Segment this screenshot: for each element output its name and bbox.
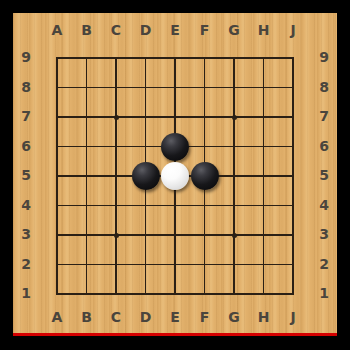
row-label-right-2: 2	[312, 250, 336, 280]
grid-line-h	[56, 116, 72, 118]
grid-line-v	[145, 73, 147, 103]
grid-line-v	[56, 161, 58, 191]
col-label-top-G: G	[219, 21, 249, 39]
intersection-D4[interactable]	[131, 191, 161, 221]
intersection-D9[interactable]	[131, 43, 161, 73]
col-label-bottom-A: A	[42, 308, 72, 326]
grid-line-v	[56, 102, 58, 132]
intersection-H3[interactable]	[249, 220, 279, 250]
col-label-bottom-B: B	[72, 308, 102, 326]
intersection-H4[interactable]	[249, 191, 279, 221]
intersection-H6[interactable]	[249, 132, 279, 162]
row-label-left-2: 2	[14, 250, 38, 280]
row-label-left-8: 8	[14, 73, 38, 103]
intersection-G5[interactable]	[219, 161, 249, 191]
grid-line-v	[292, 220, 294, 250]
intersection-C5[interactable]	[101, 161, 131, 191]
intersection-J8[interactable]	[278, 73, 308, 103]
intersection-E4[interactable]	[160, 191, 190, 221]
col-label-bottom-G: G	[219, 308, 249, 326]
black-stone-E6: ●	[161, 133, 189, 161]
row-label-right-7: 7	[312, 102, 336, 132]
intersection-J7[interactable]	[278, 102, 308, 132]
grid-line-v	[263, 191, 265, 221]
grid-line-v	[86, 279, 88, 295]
intersection-F4[interactable]	[190, 191, 220, 221]
col-label-top-C: C	[101, 21, 131, 39]
intersection-B3[interactable]	[72, 220, 102, 250]
intersection-H2[interactable]	[249, 250, 279, 280]
grid-line-v	[145, 57, 147, 73]
grid-line-v	[233, 161, 235, 191]
grid-line-v	[292, 73, 294, 103]
intersection-J1[interactable]	[278, 279, 308, 309]
star-point-C3	[114, 233, 119, 238]
intersection-E2[interactable]	[160, 250, 190, 280]
stone-glyph: ●	[132, 162, 160, 190]
intersection-A5[interactable]	[42, 161, 72, 191]
intersection-D2[interactable]	[131, 250, 161, 280]
grid-line-v	[292, 250, 294, 280]
intersection-J3[interactable]	[278, 220, 308, 250]
intersection-A4[interactable]	[42, 191, 72, 221]
row-label-left-3: 3	[14, 220, 38, 250]
intersection-J4[interactable]	[278, 191, 308, 221]
star-point-G7	[232, 115, 237, 120]
grid-line-v	[174, 220, 176, 250]
grid-line-v	[233, 57, 235, 73]
intersection-F3[interactable]	[190, 220, 220, 250]
grid-line-v	[145, 102, 147, 132]
grid-line-v	[233, 191, 235, 221]
grid-line-h	[56, 264, 72, 266]
grid-line-v	[263, 102, 265, 132]
intersection-G2[interactable]	[219, 250, 249, 280]
intersection-D8[interactable]	[131, 73, 161, 103]
intersection-A3[interactable]	[42, 220, 72, 250]
grid-line-h	[56, 57, 72, 59]
intersection-B4[interactable]	[72, 191, 102, 221]
intersection-J9[interactable]	[278, 43, 308, 73]
intersection-B8[interactable]	[72, 73, 102, 103]
grid-line-h	[56, 175, 72, 177]
col-label-top-E: E	[160, 21, 190, 39]
grid-line-v	[56, 57, 58, 73]
star-point-C7	[114, 115, 119, 120]
grid-line-v	[292, 102, 294, 132]
grid-line-v	[86, 220, 88, 250]
grid-line-v	[86, 57, 88, 73]
grid-line-v	[86, 73, 88, 103]
grid-line-h	[56, 234, 72, 236]
grid-line-v	[56, 73, 58, 103]
grid-line-v	[292, 57, 294, 73]
grid-line-v	[145, 132, 147, 162]
intersection-J2[interactable]	[278, 250, 308, 280]
intersection-E1[interactable]	[160, 279, 190, 309]
intersection-D1[interactable]	[131, 279, 161, 309]
intersection-C3[interactable]	[101, 220, 131, 250]
grid-line-v	[204, 191, 206, 221]
intersection-J5[interactable]	[278, 161, 308, 191]
intersection-E8[interactable]	[160, 73, 190, 103]
intersection-F7[interactable]	[190, 102, 220, 132]
grid-line-v	[263, 73, 265, 103]
grid-line-v	[174, 73, 176, 103]
col-label-top-J: J	[278, 21, 308, 39]
grid-line-v	[115, 279, 117, 295]
intersection-D6[interactable]	[131, 132, 161, 162]
intersection-C2[interactable]	[101, 250, 131, 280]
grid-line-v	[233, 250, 235, 280]
intersection-A1[interactable]	[42, 279, 72, 309]
intersection-G1[interactable]	[219, 279, 249, 309]
grid-line-v	[263, 250, 265, 280]
black-stone-D5: ●	[132, 162, 160, 190]
row-label-right-1: 1	[312, 279, 336, 309]
intersection-H5[interactable]	[249, 161, 279, 191]
grid-line-v	[145, 220, 147, 250]
grid-line-v	[86, 132, 88, 162]
grid-line-v	[56, 191, 58, 221]
grid-line-v	[204, 57, 206, 73]
col-label-bottom-E: E	[160, 308, 190, 326]
grid-line-v	[204, 102, 206, 132]
grid-line-v	[204, 73, 206, 103]
intersection-G7[interactable]	[219, 102, 249, 132]
intersection-E3[interactable]	[160, 220, 190, 250]
intersection-C7[interactable]	[101, 102, 131, 132]
intersection-F9[interactable]	[190, 43, 220, 73]
intersection-C4[interactable]	[101, 191, 131, 221]
grid-line-v	[86, 161, 88, 191]
row-label-left-5: 5	[14, 161, 38, 191]
grid-line-v	[204, 132, 206, 162]
intersection-C1[interactable]	[101, 279, 131, 309]
intersection-G4[interactable]	[219, 191, 249, 221]
col-label-top-F: F	[190, 21, 220, 39]
grid-line-v	[145, 279, 147, 295]
intersection-G6[interactable]	[219, 132, 249, 162]
intersection-J6[interactable]	[278, 132, 308, 162]
intersection-H1[interactable]	[249, 279, 279, 309]
row-label-right-8: 8	[312, 73, 336, 103]
intersection-F6[interactable]	[190, 132, 220, 162]
black-stone-F5: ●	[191, 162, 219, 190]
grid-line-v	[174, 57, 176, 73]
intersection-A2[interactable]	[42, 250, 72, 280]
grid-line-v	[86, 102, 88, 132]
intersection-A9[interactable]	[42, 43, 72, 73]
grid-line-v	[292, 279, 294, 295]
grid-line-v	[56, 132, 58, 162]
intersection-A6[interactable]	[42, 132, 72, 162]
intersection-H8[interactable]	[249, 73, 279, 103]
row-label-right-6: 6	[312, 132, 336, 162]
grid-line-v	[115, 57, 117, 73]
intersection-F5[interactable]: ●	[190, 161, 220, 191]
grid-line-v	[263, 161, 265, 191]
grid-line-v	[174, 250, 176, 280]
grid-line-v	[174, 102, 176, 132]
white-stone-E5: ○	[161, 162, 189, 190]
intersection-H7[interactable]	[249, 102, 279, 132]
row-label-left-4: 4	[14, 191, 38, 221]
intersection-B1[interactable]	[72, 279, 102, 309]
intersection-A8[interactable]	[42, 73, 72, 103]
grid-line-v	[233, 279, 235, 295]
intersection-E5[interactable]: ○	[160, 161, 190, 191]
intersection-D3[interactable]	[131, 220, 161, 250]
col-label-bottom-C: C	[101, 308, 131, 326]
board-front-edge	[13, 333, 337, 336]
grid-line-v	[233, 132, 235, 162]
grid-line-v	[204, 279, 206, 295]
grid-line-v	[115, 132, 117, 162]
intersection-B9[interactable]	[72, 43, 102, 73]
grid-line-v	[204, 250, 206, 280]
stone-glyph: ●	[191, 162, 219, 190]
grid-line-v	[263, 57, 265, 73]
row-label-right-4: 4	[312, 191, 336, 221]
col-label-bottom-H: H	[249, 308, 279, 326]
grid-line-v	[115, 73, 117, 103]
grid-line-v	[115, 191, 117, 221]
star-point-G3	[232, 233, 237, 238]
grid-line-v	[56, 250, 58, 280]
intersection-G8[interactable]	[219, 73, 249, 103]
row-label-left-9: 9	[14, 43, 38, 73]
intersection-A7[interactable]	[42, 102, 72, 132]
intersection-H9[interactable]	[249, 43, 279, 73]
grid-line-v	[174, 191, 176, 221]
col-label-top-D: D	[131, 21, 161, 39]
grid-line-v	[292, 161, 294, 191]
grid-line-v	[263, 220, 265, 250]
grid-line-v	[145, 250, 147, 280]
intersection-F8[interactable]	[190, 73, 220, 103]
grid-line-h	[56, 293, 72, 295]
grid-line-v	[263, 132, 265, 162]
grid-line-h	[56, 146, 72, 148]
stone-glyph: ○	[161, 162, 189, 190]
col-label-top-H: H	[249, 21, 279, 39]
stone-glyph: ●	[161, 133, 189, 161]
grid-line-v	[115, 250, 117, 280]
grid-line-h	[56, 87, 72, 89]
intersection-B7[interactable]	[72, 102, 102, 132]
grid-line-v	[145, 191, 147, 221]
grid-line-v	[233, 73, 235, 103]
intersection-F1[interactable]	[190, 279, 220, 309]
intersection-D7[interactable]	[131, 102, 161, 132]
intersection-C9[interactable]	[101, 43, 131, 73]
row-label-left-7: 7	[14, 102, 38, 132]
grid-line-v	[204, 220, 206, 250]
go-app-window: ABCDEFGHJ ABCDEFGHJ 987654321 987654321 …	[0, 0, 350, 350]
intersection-E7[interactable]	[160, 102, 190, 132]
grid-line-v	[86, 191, 88, 221]
grid-line-v	[56, 220, 58, 250]
row-label-left-1: 1	[14, 279, 38, 309]
grid-line-v	[292, 132, 294, 162]
col-label-top-A: A	[42, 21, 72, 39]
intersection-E9[interactable]	[160, 43, 190, 73]
grid-line-v	[56, 279, 58, 295]
intersection-C6[interactable]	[101, 132, 131, 162]
col-label-bottom-D: D	[131, 308, 161, 326]
row-label-right-5: 5	[312, 161, 336, 191]
grid-line-h	[56, 205, 72, 207]
col-label-bottom-F: F	[190, 308, 220, 326]
grid-line-v	[292, 191, 294, 221]
intersection-D5[interactable]: ●	[131, 161, 161, 191]
grid-line-v	[263, 279, 265, 295]
intersection-C8[interactable]	[101, 73, 131, 103]
row-label-right-3: 3	[312, 220, 336, 250]
intersection-B6[interactable]	[72, 132, 102, 162]
intersection-B2[interactable]	[72, 250, 102, 280]
grid-line-v	[86, 250, 88, 280]
grid-line-v	[115, 161, 117, 191]
col-label-bottom-J: J	[278, 308, 308, 326]
col-label-top-B: B	[72, 21, 102, 39]
intersection-G3[interactable]	[219, 220, 249, 250]
intersection-E6[interactable]: ●	[160, 132, 190, 162]
intersection-G9[interactable]	[219, 43, 249, 73]
grid-line-v	[174, 279, 176, 295]
row-label-left-6: 6	[14, 132, 38, 162]
intersection-F2[interactable]	[190, 250, 220, 280]
board-grid: ●●○●	[42, 43, 308, 309]
row-label-right-9: 9	[312, 43, 336, 73]
intersection-B5[interactable]	[72, 161, 102, 191]
